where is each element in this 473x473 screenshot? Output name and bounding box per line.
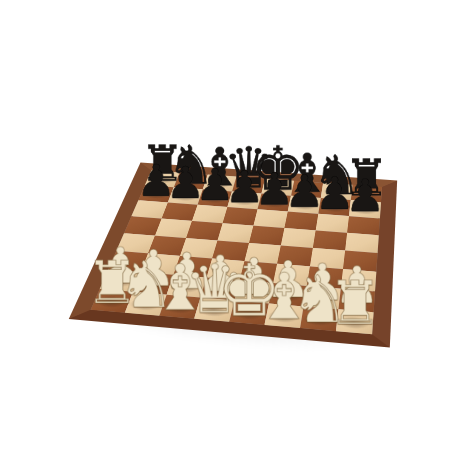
square-d6[interactable] — [222, 207, 257, 226]
square-e5[interactable] — [249, 225, 284, 245]
square-a5[interactable] — [124, 216, 162, 235]
square-f6[interactable] — [284, 211, 318, 230]
square-c5[interactable] — [186, 221, 222, 241]
square-h7[interactable]: ♟ — [348, 200, 380, 218]
square-f5[interactable] — [280, 228, 315, 248]
square-b6[interactable] — [161, 202, 197, 220]
square-g6[interactable] — [315, 213, 348, 232]
square-g5[interactable] — [312, 230, 346, 250]
square-b5[interactable] — [154, 218, 191, 237]
square-h1[interactable]: ♜ — [335, 309, 373, 334]
square-e6[interactable] — [253, 209, 287, 228]
square-d5[interactable] — [217, 223, 253, 243]
square-c6[interactable] — [191, 204, 226, 223]
chess-board: ♜♞♝♛♚♝♞♜♟♟♟♟♟♟♟♟♟♟♟♟♟♟♟♟♜♞♝♛♚♝♞♜ — [68, 162, 396, 347]
square-h6[interactable] — [347, 216, 380, 235]
square-h5[interactable] — [345, 232, 379, 252]
product-photo: ♜♞♝♛♚♝♞♜♟♟♟♟♟♟♟♟♟♟♟♟♟♟♟♟♜♞♝♛♚♝♞♜ — [0, 0, 473, 473]
